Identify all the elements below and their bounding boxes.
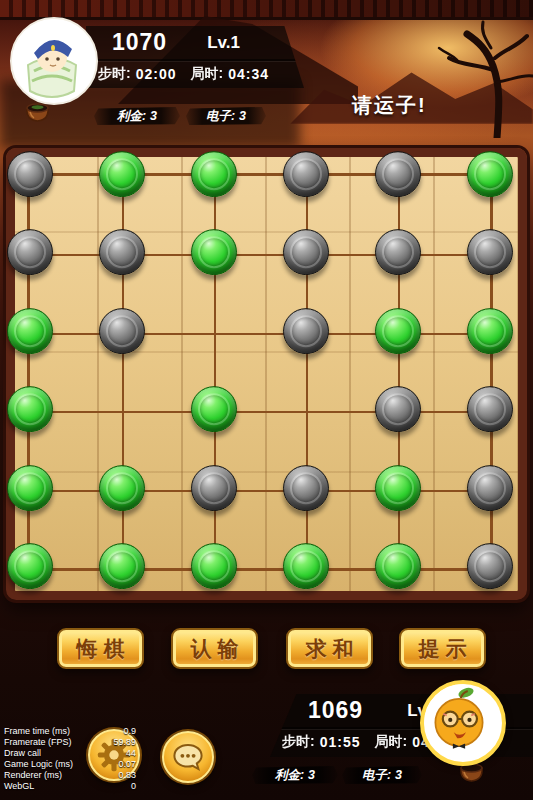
player-resource-lijin: 利金: 3 bbox=[252, 766, 338, 784]
green-piece[interactable] bbox=[99, 465, 145, 511]
opponent-resource-lijin: 利金: 3 bbox=[94, 107, 180, 125]
black-piece[interactable] bbox=[375, 386, 421, 432]
black-piece[interactable] bbox=[467, 543, 513, 589]
player-step-time: 01:55 bbox=[320, 734, 361, 750]
baby-avatar-icon bbox=[12, 19, 92, 99]
green-piece[interactable] bbox=[191, 230, 237, 276]
debug-label: Renderer (ms) bbox=[4, 770, 96, 781]
debug-label: WebGL bbox=[4, 781, 96, 792]
green-piece[interactable] bbox=[7, 465, 53, 511]
green-piece[interactable] bbox=[191, 543, 237, 589]
resource-value: 3 bbox=[395, 768, 402, 782]
resource-value: 3 bbox=[150, 109, 157, 123]
resource-label: 电子: bbox=[362, 767, 391, 784]
green-piece[interactable] bbox=[375, 543, 421, 589]
resource-value: 3 bbox=[239, 109, 246, 123]
black-piece[interactable] bbox=[467, 230, 513, 276]
debug-value: 0.07 bbox=[96, 759, 136, 770]
grid-line bbox=[29, 411, 491, 413]
black-piece[interactable] bbox=[7, 230, 53, 276]
black-piece[interactable] bbox=[283, 151, 329, 197]
player-step-time-label: 步时: bbox=[282, 733, 315, 751]
resign-button[interactable]: 认输 bbox=[171, 628, 258, 669]
black-piece[interactable] bbox=[191, 465, 237, 511]
black-piece[interactable] bbox=[283, 230, 329, 276]
green-piece[interactable] bbox=[7, 308, 53, 354]
opponent-game-time: 04:34 bbox=[228, 66, 269, 82]
undo-button[interactable]: 悔棋 bbox=[57, 628, 144, 669]
roof-tiles-art bbox=[0, 0, 533, 20]
orange-avatar-icon bbox=[424, 684, 494, 754]
debug-label: Game Logic (ms) bbox=[4, 759, 96, 770]
black-piece[interactable] bbox=[283, 465, 329, 511]
player-game-time-label: 局时: bbox=[374, 733, 407, 751]
green-piece[interactable] bbox=[375, 308, 421, 354]
green-piece[interactable] bbox=[7, 386, 53, 432]
green-piece[interactable] bbox=[283, 543, 329, 589]
black-piece[interactable] bbox=[283, 308, 329, 354]
debug-value: 44 bbox=[96, 748, 136, 759]
opponent-info-panel: 1070 Lv.1 步时: 02:00 局时: 04:34 bbox=[86, 26, 304, 88]
opponent-avatar[interactable] bbox=[10, 17, 98, 105]
green-piece[interactable] bbox=[375, 465, 421, 511]
green-piece[interactable] bbox=[467, 308, 513, 354]
chat-bubble-icon bbox=[172, 742, 204, 772]
tree-silhouette-icon bbox=[427, 18, 533, 138]
chat-button[interactable] bbox=[162, 731, 214, 783]
black-piece[interactable] bbox=[99, 308, 145, 354]
board-grid bbox=[27, 173, 493, 571]
black-piece[interactable] bbox=[467, 386, 513, 432]
green-piece[interactable] bbox=[191, 386, 237, 432]
debug-value: 59.89 bbox=[96, 737, 136, 748]
black-piece[interactable] bbox=[467, 465, 513, 511]
debug-label: Framerate (FPS) bbox=[4, 737, 96, 748]
black-piece[interactable] bbox=[7, 151, 53, 197]
green-piece[interactable] bbox=[99, 543, 145, 589]
opponent-game-time-label: 局时: bbox=[190, 65, 223, 83]
opponent-level: Lv.1 bbox=[207, 33, 240, 53]
opponent-score: 1070 bbox=[112, 29, 167, 56]
green-piece[interactable] bbox=[99, 151, 145, 197]
hint-button[interactable]: 提示 bbox=[399, 628, 486, 669]
player-score: 1069 bbox=[308, 697, 363, 724]
black-piece[interactable] bbox=[375, 230, 421, 276]
green-piece[interactable] bbox=[7, 543, 53, 589]
opponent-step-time: 02:00 bbox=[136, 66, 177, 82]
debug-stats: Frame time (ms)0.9 Framerate (FPS)59.89 … bbox=[4, 726, 140, 792]
green-piece[interactable] bbox=[467, 151, 513, 197]
debug-value: 0.9 bbox=[96, 726, 136, 737]
game-screen: 1070 Lv.1 步时: 02:00 局时: 04:34 利金: 3 电子: … bbox=[0, 0, 533, 800]
resource-value: 3 bbox=[308, 768, 315, 782]
draw-button[interactable]: 求和 bbox=[286, 628, 373, 669]
resource-label: 电子: bbox=[206, 108, 235, 125]
game-board bbox=[6, 148, 527, 600]
black-piece[interactable] bbox=[99, 230, 145, 276]
green-piece[interactable] bbox=[191, 151, 237, 197]
debug-value: 0.83 bbox=[96, 770, 136, 781]
debug-value: 0 bbox=[96, 781, 136, 792]
debug-label: Frame time (ms) bbox=[4, 726, 96, 737]
resource-label: 利金: bbox=[117, 108, 146, 125]
opponent-step-time-label: 步时: bbox=[98, 65, 131, 83]
player-avatar[interactable] bbox=[420, 680, 506, 766]
debug-label: Draw call bbox=[4, 748, 96, 759]
black-piece[interactable] bbox=[375, 151, 421, 197]
player-resource-dianzi: 电子: 3 bbox=[342, 766, 422, 784]
turn-message: 请运子! bbox=[352, 92, 427, 119]
opponent-resource-dianzi: 电子: 3 bbox=[186, 107, 266, 125]
resource-label: 利金: bbox=[275, 767, 304, 784]
